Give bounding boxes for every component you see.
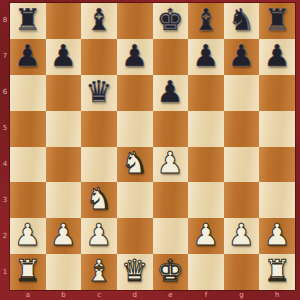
square-f3[interactable] [188, 182, 224, 218]
square-c3[interactable]: ♞ [81, 182, 117, 218]
square-e5[interactable] [153, 111, 189, 147]
piece-black-queen: ♛ [86, 77, 113, 107]
piece-black-bishop: ♝ [192, 5, 219, 35]
rank-label-3: 3 [0, 182, 10, 218]
square-h4[interactable] [259, 147, 295, 183]
piece-black-rook: ♜ [14, 5, 41, 35]
file-label-e: e [153, 290, 189, 300]
square-c7[interactable] [81, 39, 117, 75]
rank-labels: 8 7 6 5 4 3 2 1 [0, 3, 10, 290]
square-d5[interactable] [117, 111, 153, 147]
square-g6[interactable] [224, 75, 260, 111]
piece-white-pawn: ♟ [228, 220, 255, 250]
piece-black-pawn: ♟ [14, 41, 41, 71]
square-d6[interactable] [117, 75, 153, 111]
piece-black-knight: ♞ [228, 5, 255, 35]
square-h6[interactable] [259, 75, 295, 111]
square-a2[interactable]: ♟ [10, 218, 46, 254]
square-b4[interactable] [46, 147, 82, 183]
rank-label-1: 1 [0, 254, 10, 290]
piece-white-bishop: ♝ [86, 256, 113, 286]
square-e1[interactable]: ♚ [153, 254, 189, 290]
square-h7[interactable]: ♟ [259, 39, 295, 75]
square-g5[interactable] [224, 111, 260, 147]
piece-white-knight: ♞ [121, 148, 148, 178]
square-g8[interactable]: ♞ [224, 3, 260, 39]
chess-board: ♜♝♚♝♞♜♟♟♟♟♟♟♛♟♞♟♞♟♟♟♟♟♟♜♝♛♚♜ [10, 3, 295, 290]
square-e8[interactable]: ♚ [153, 3, 189, 39]
piece-white-queen: ♛ [121, 256, 148, 286]
square-c5[interactable] [81, 111, 117, 147]
square-f2[interactable]: ♟ [188, 218, 224, 254]
square-g1[interactable] [224, 254, 260, 290]
square-h8[interactable]: ♜ [259, 3, 295, 39]
piece-black-pawn: ♟ [228, 41, 255, 71]
rank-label-8: 8 [0, 3, 10, 39]
chess-board-frame: 8 7 6 5 4 3 2 1 ♜♝♚♝♞♜♟♟♟♟♟♟♛♟♞♟♞♟♟♟♟♟♟♜… [0, 0, 300, 300]
square-a5[interactable] [10, 111, 46, 147]
square-f4[interactable] [188, 147, 224, 183]
file-label-c: c [81, 290, 117, 300]
square-f8[interactable]: ♝ [188, 3, 224, 39]
piece-black-pawn: ♟ [192, 41, 219, 71]
square-e7[interactable] [153, 39, 189, 75]
square-d1[interactable]: ♛ [117, 254, 153, 290]
file-label-d: d [117, 290, 153, 300]
square-f1[interactable] [188, 254, 224, 290]
square-d4[interactable]: ♞ [117, 147, 153, 183]
piece-white-king: ♚ [157, 256, 184, 286]
square-a1[interactable]: ♜ [10, 254, 46, 290]
square-e2[interactable] [153, 218, 189, 254]
file-label-h: h [259, 290, 295, 300]
piece-white-pawn: ♟ [192, 220, 219, 250]
rank-label-4: 4 [0, 147, 10, 183]
square-d8[interactable] [117, 3, 153, 39]
square-c4[interactable] [81, 147, 117, 183]
piece-white-rook: ♜ [264, 256, 291, 286]
square-g2[interactable]: ♟ [224, 218, 260, 254]
square-d2[interactable] [117, 218, 153, 254]
square-b8[interactable] [46, 3, 82, 39]
square-b1[interactable] [46, 254, 82, 290]
piece-white-pawn: ♟ [264, 220, 291, 250]
square-g7[interactable]: ♟ [224, 39, 260, 75]
rank-label-7: 7 [0, 39, 10, 75]
square-b5[interactable] [46, 111, 82, 147]
file-label-g: g [224, 290, 260, 300]
square-b3[interactable] [46, 182, 82, 218]
square-c6[interactable]: ♛ [81, 75, 117, 111]
rank-label-5: 5 [0, 111, 10, 147]
piece-black-pawn: ♟ [50, 41, 77, 71]
square-h1[interactable]: ♜ [259, 254, 295, 290]
file-label-a: a [10, 290, 46, 300]
piece-white-pawn: ♟ [50, 220, 77, 250]
square-g4[interactable] [224, 147, 260, 183]
rank-label-6: 6 [0, 75, 10, 111]
square-c1[interactable]: ♝ [81, 254, 117, 290]
square-b2[interactable]: ♟ [46, 218, 82, 254]
piece-black-pawn: ♟ [157, 77, 184, 107]
square-e4[interactable]: ♟ [153, 147, 189, 183]
square-a8[interactable]: ♜ [10, 3, 46, 39]
piece-white-pawn: ♟ [86, 220, 113, 250]
file-labels: a b c d e f g h [10, 290, 295, 300]
file-label-b: b [46, 290, 82, 300]
piece-white-pawn: ♟ [157, 148, 184, 178]
square-h3[interactable] [259, 182, 295, 218]
rank-label-2: 2 [0, 218, 10, 254]
piece-white-rook: ♜ [14, 256, 41, 286]
square-e3[interactable] [153, 182, 189, 218]
file-label-f: f [188, 290, 224, 300]
square-a6[interactable] [10, 75, 46, 111]
square-g3[interactable] [224, 182, 260, 218]
square-a3[interactable] [10, 182, 46, 218]
square-f6[interactable] [188, 75, 224, 111]
square-h2[interactable]: ♟ [259, 218, 295, 254]
piece-black-bishop: ♝ [86, 5, 113, 35]
piece-black-pawn: ♟ [264, 41, 291, 71]
square-e6[interactable]: ♟ [153, 75, 189, 111]
piece-white-knight: ♞ [86, 184, 113, 214]
piece-black-king: ♚ [157, 5, 184, 35]
square-f7[interactable]: ♟ [188, 39, 224, 75]
square-d3[interactable] [117, 182, 153, 218]
square-f5[interactable] [188, 111, 224, 147]
square-c2[interactable]: ♟ [81, 218, 117, 254]
square-a4[interactable] [10, 147, 46, 183]
piece-black-rook: ♜ [264, 5, 291, 35]
square-d7[interactable]: ♟ [117, 39, 153, 75]
square-b6[interactable] [46, 75, 82, 111]
piece-white-pawn: ♟ [14, 220, 41, 250]
square-b7[interactable]: ♟ [46, 39, 82, 75]
piece-black-pawn: ♟ [121, 41, 148, 71]
square-a7[interactable]: ♟ [10, 39, 46, 75]
square-c8[interactable]: ♝ [81, 3, 117, 39]
square-h5[interactable] [259, 111, 295, 147]
